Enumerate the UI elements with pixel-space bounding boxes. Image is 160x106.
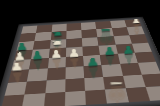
- square-b4[interactable]: ♟♟: [29, 58, 48, 70]
- piece-reflection: ♟: [50, 57, 63, 69]
- square-a2[interactable]: [5, 81, 28, 95]
- square-d2[interactable]: [65, 78, 85, 92]
- square-c4[interactable]: ♟♟: [47, 57, 65, 69]
- piece-reflection: ♟: [87, 66, 101, 78]
- square-d1[interactable]: [65, 91, 86, 106]
- square-c2[interactable]: [45, 79, 65, 93]
- board-grid: ♝♝♞♞♚♚♟♟♞♞♟♟♟♟♟♟♟♟♟♟♟♟♟♟♟♟♚♚: [1, 19, 160, 106]
- square-e2[interactable]: [84, 77, 105, 91]
- white-pawn-d4[interactable]: ♟♟: [64, 49, 83, 68]
- square-e3[interactable]: ♟♟: [84, 65, 104, 78]
- square-a1[interactable]: [1, 94, 25, 106]
- green-pawn-b4[interactable]: ♟♟: [28, 51, 47, 70]
- piece-reflection: ♚: [106, 84, 128, 104]
- piece-reflection: ♝: [130, 23, 144, 35]
- chess-board: ♝♝♞♞♚♚♟♟♞♞♟♟♟♟♟♟♟♟♟♟♟♟♟♟♟♟♚♚: [0, 17, 160, 106]
- square-h7[interactable]: ♝♝: [127, 26, 145, 35]
- square-a3[interactable]: ♟♟: [8, 70, 29, 83]
- chess-3d-scene: ♝♝♞♞♚♚♟♟♞♞♟♟♟♟♟♟♟♟♟♟♟♟♟♟♟♟♚♚: [0, 0, 160, 106]
- green-pawn-e3[interactable]: ♟♟: [83, 58, 103, 78]
- square-b1[interactable]: [22, 93, 45, 106]
- piece-reflection: ♟: [32, 58, 45, 70]
- square-h2[interactable]: [141, 73, 160, 87]
- square-c1[interactable]: [43, 92, 65, 106]
- square-d4[interactable]: ♟♟: [65, 56, 83, 67]
- piece-reflection: ♟: [11, 70, 25, 82]
- square-e1[interactable]: [85, 89, 107, 104]
- white-pawn-a3[interactable]: ♟♟: [7, 63, 27, 83]
- square-f1[interactable]: ♚♚: [105, 88, 128, 103]
- white-king-f1[interactable]: ♚♚: [106, 81, 129, 104]
- white-pawn-c4[interactable]: ♟♟: [46, 50, 65, 69]
- piece-reflection: ♟: [68, 56, 81, 68]
- white-bishop-h7[interactable]: ♝♝: [128, 19, 145, 36]
